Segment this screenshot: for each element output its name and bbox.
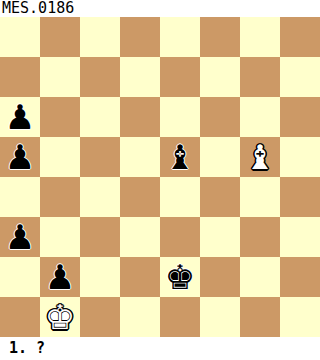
square-f8[interactable] xyxy=(200,17,240,57)
piece-black-pawn: ♟ xyxy=(0,217,40,257)
square-g6[interactable] xyxy=(240,97,280,137)
square-d4[interactable] xyxy=(120,177,160,217)
square-b7[interactable] xyxy=(40,57,80,97)
chess-puzzle-diagram: MES.0186 ♟♟♝♝♝♟♟♚♚♚ 1. ? xyxy=(0,0,320,360)
square-g7[interactable] xyxy=(240,57,280,97)
piece-black-king: ♚ xyxy=(160,257,200,297)
square-g5[interactable]: ♝♝ xyxy=(240,137,280,177)
square-e8[interactable] xyxy=(160,17,200,57)
square-e3[interactable] xyxy=(160,217,200,257)
square-a5[interactable]: ♟ xyxy=(0,137,40,177)
square-e5[interactable]: ♝ xyxy=(160,137,200,177)
square-h5[interactable] xyxy=(280,137,320,177)
square-b1[interactable]: ♚♚ xyxy=(40,297,80,337)
square-f6[interactable] xyxy=(200,97,240,137)
square-b4[interactable] xyxy=(40,177,80,217)
square-f7[interactable] xyxy=(200,57,240,97)
chess-board: ♟♟♝♝♝♟♟♚♚♚ xyxy=(0,17,320,337)
square-a4[interactable] xyxy=(0,177,40,217)
piece-black-pawn: ♟ xyxy=(0,97,40,137)
square-h8[interactable] xyxy=(280,17,320,57)
square-d1[interactable] xyxy=(120,297,160,337)
square-d6[interactable] xyxy=(120,97,160,137)
square-h3[interactable] xyxy=(280,217,320,257)
square-g1[interactable] xyxy=(240,297,280,337)
square-e4[interactable] xyxy=(160,177,200,217)
square-f5[interactable] xyxy=(200,137,240,177)
square-f1[interactable] xyxy=(200,297,240,337)
square-a6[interactable]: ♟ xyxy=(0,97,40,137)
square-d8[interactable] xyxy=(120,17,160,57)
square-g2[interactable] xyxy=(240,257,280,297)
square-c4[interactable] xyxy=(80,177,120,217)
square-c7[interactable] xyxy=(80,57,120,97)
square-a1[interactable] xyxy=(0,297,40,337)
square-d5[interactable] xyxy=(120,137,160,177)
piece-black-bishop: ♝ xyxy=(160,137,200,177)
square-h6[interactable] xyxy=(280,97,320,137)
square-c2[interactable] xyxy=(80,257,120,297)
square-b8[interactable] xyxy=(40,17,80,57)
move-prompt: 1. ? xyxy=(0,337,320,360)
piece-black-pawn: ♟ xyxy=(0,137,40,177)
square-d7[interactable] xyxy=(120,57,160,97)
square-d3[interactable] xyxy=(120,217,160,257)
square-f3[interactable] xyxy=(200,217,240,257)
square-a8[interactable] xyxy=(0,17,40,57)
square-h7[interactable] xyxy=(280,57,320,97)
square-f4[interactable] xyxy=(200,177,240,217)
square-a2[interactable] xyxy=(0,257,40,297)
square-e2[interactable]: ♚ xyxy=(160,257,200,297)
square-e1[interactable] xyxy=(160,297,200,337)
square-h2[interactable] xyxy=(280,257,320,297)
square-b3[interactable] xyxy=(40,217,80,257)
piece-white-king: ♚♚ xyxy=(40,297,80,337)
piece-white-bishop: ♝♝ xyxy=(240,137,280,177)
square-a7[interactable] xyxy=(0,57,40,97)
square-f2[interactable] xyxy=(200,257,240,297)
square-g8[interactable] xyxy=(240,17,280,57)
square-c1[interactable] xyxy=(80,297,120,337)
square-c3[interactable] xyxy=(80,217,120,257)
square-e6[interactable] xyxy=(160,97,200,137)
square-b5[interactable] xyxy=(40,137,80,177)
square-d2[interactable] xyxy=(120,257,160,297)
piece-black-pawn: ♟ xyxy=(40,257,80,297)
square-e7[interactable] xyxy=(160,57,200,97)
square-g3[interactable] xyxy=(240,217,280,257)
square-c8[interactable] xyxy=(80,17,120,57)
square-h4[interactable] xyxy=(280,177,320,217)
square-h1[interactable] xyxy=(280,297,320,337)
square-b2[interactable]: ♟ xyxy=(40,257,80,297)
square-c5[interactable] xyxy=(80,137,120,177)
square-g4[interactable] xyxy=(240,177,280,217)
square-b6[interactable] xyxy=(40,97,80,137)
square-c6[interactable] xyxy=(80,97,120,137)
square-a3[interactable]: ♟ xyxy=(0,217,40,257)
puzzle-id: MES.0186 xyxy=(0,0,320,17)
